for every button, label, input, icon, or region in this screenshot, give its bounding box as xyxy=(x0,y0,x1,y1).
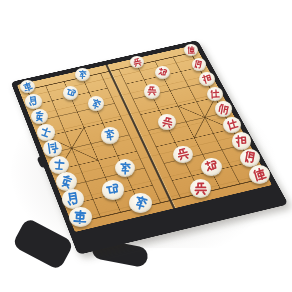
piece-character-elephant xyxy=(201,73,213,85)
piece-character-cannon xyxy=(204,159,219,174)
piece-character-soldier xyxy=(118,162,131,175)
piece-character-chariot xyxy=(187,46,196,55)
piece-blue-chariot[interactable] xyxy=(69,207,92,228)
piece-character-cannon xyxy=(157,67,168,78)
piece-character-general xyxy=(46,142,59,155)
piece-red-cannon[interactable] xyxy=(201,158,222,177)
piece-blue-soldier[interactable] xyxy=(115,159,135,177)
piece-character-chariot xyxy=(21,80,33,92)
piece-character-soldier xyxy=(90,98,103,111)
photo-canvas xyxy=(0,0,292,292)
piece-character-soldier xyxy=(194,182,208,196)
piece-character-chariot xyxy=(73,209,88,224)
pieces-layer xyxy=(0,0,292,292)
piece-character-soldier xyxy=(103,128,116,141)
piece-character-horse xyxy=(194,59,205,70)
piece-red-soldier[interactable] xyxy=(173,146,193,164)
piece-character-soldier xyxy=(160,115,173,128)
piece-blue-cannon[interactable] xyxy=(63,86,79,100)
piece-character-soldier xyxy=(176,147,191,162)
piece-character-cannon xyxy=(105,182,121,198)
piece-blue-general[interactable] xyxy=(43,140,62,157)
piece-character-elephant xyxy=(58,174,74,190)
piece-character-chariot xyxy=(251,166,267,182)
piece-red-soldier[interactable] xyxy=(158,114,176,130)
piece-red-advisor[interactable] xyxy=(207,87,223,102)
piece-red-elephant[interactable] xyxy=(232,132,251,149)
piece-character-horse xyxy=(28,96,39,107)
piece-character-advisor xyxy=(52,158,66,172)
piece-character-horse xyxy=(243,150,257,164)
piece-blue-advisor[interactable] xyxy=(49,156,69,174)
piece-red-soldier[interactable] xyxy=(190,179,212,199)
piece-character-soldier xyxy=(132,57,142,67)
piece-character-advisor xyxy=(210,89,220,99)
piece-blue-chariot[interactable] xyxy=(20,80,35,94)
piece-red-chariot[interactable] xyxy=(249,165,270,184)
piece-character-cannon xyxy=(64,87,76,99)
piece-red-soldier[interactable] xyxy=(130,56,144,69)
piece-character-advisor xyxy=(225,118,239,132)
piece-red-horse[interactable] xyxy=(240,149,260,167)
piece-character-soldier xyxy=(132,194,149,211)
piece-character-elephant xyxy=(235,135,248,148)
piece-red-general[interactable] xyxy=(215,101,232,117)
piece-red-elephant[interactable] xyxy=(199,72,214,86)
piece-blue-cannon[interactable] xyxy=(102,180,124,199)
piece-blue-horse[interactable] xyxy=(25,94,41,109)
piece-blue-soldier[interactable] xyxy=(101,127,120,144)
piece-character-horse xyxy=(65,191,81,207)
piece-blue-soldier[interactable] xyxy=(75,68,90,81)
piece-character-elephant xyxy=(34,111,46,123)
piece-red-advisor[interactable] xyxy=(223,117,241,133)
piece-blue-soldier[interactable] xyxy=(129,193,151,213)
piece-character-soldier xyxy=(147,86,157,96)
piece-red-horse[interactable] xyxy=(192,58,206,71)
piece-red-chariot[interactable] xyxy=(184,44,198,56)
piece-blue-soldier[interactable] xyxy=(88,96,105,111)
piece-character-advisor xyxy=(39,125,53,139)
piece-blue-advisor[interactable] xyxy=(37,124,55,140)
piece-red-cannon[interactable] xyxy=(155,66,170,79)
piece-red-soldier[interactable] xyxy=(144,84,160,98)
piece-blue-elephant[interactable] xyxy=(31,109,48,125)
piece-character-general xyxy=(217,103,230,116)
piece-character-soldier xyxy=(78,69,88,79)
